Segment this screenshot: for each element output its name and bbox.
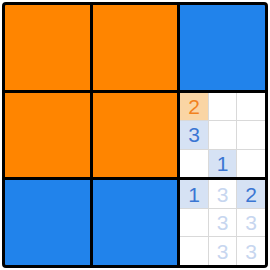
cell-r4-c7[interactable]: [209, 121, 237, 149]
game-board: 2311323333: [2, 2, 268, 268]
cell-value: 3: [217, 212, 229, 233]
cell-r6-c8[interactable]: 2: [237, 180, 265, 208]
cell-value: 3: [217, 184, 229, 205]
cell-r3-c7[interactable]: [209, 93, 237, 121]
cell-r6-c7[interactable]: 3: [209, 180, 237, 208]
block-r0-c1-orange[interactable]: [93, 5, 178, 90]
block-r1-c1-orange[interactable]: [93, 93, 178, 178]
cell-r5-c7[interactable]: 1: [209, 150, 237, 178]
cell-value: 3: [217, 241, 229, 262]
cell-value: 2: [245, 184, 257, 205]
cell-r7-c7[interactable]: 3: [209, 209, 237, 237]
cell-r6-c6[interactable]: 1: [180, 180, 208, 208]
cell-value: 3: [245, 212, 257, 233]
cell-r8-c6[interactable]: [180, 237, 208, 265]
cell-r5-c8[interactable]: [237, 150, 265, 178]
block-r1-c2-grid: 231: [180, 93, 265, 178]
block-r1-c0-orange[interactable]: [5, 93, 90, 178]
cell-r8-c8[interactable]: 3: [237, 237, 265, 265]
puzzle-canvas: 2311323333: [0, 0, 270, 270]
cell-value: 3: [245, 241, 257, 262]
cell-value: 1: [188, 184, 200, 205]
cell-r7-c6[interactable]: [180, 209, 208, 237]
cell-r4-c8[interactable]: [237, 121, 265, 149]
cell-value: 2: [188, 96, 200, 117]
cell-value: 1: [217, 153, 229, 174]
block-r2-c2-grid: 1323333: [180, 180, 265, 265]
block-r2-c1-blue[interactable]: [93, 180, 178, 265]
block-r0-c0-orange[interactable]: [5, 5, 90, 90]
cell-r4-c6[interactable]: 3: [180, 121, 208, 149]
block-r0-c2-blue[interactable]: [180, 5, 265, 90]
cell-r7-c8[interactable]: 3: [237, 209, 265, 237]
block-r2-c0-blue[interactable]: [5, 180, 90, 265]
cell-r8-c7[interactable]: 3: [209, 237, 237, 265]
cell-r3-c8[interactable]: [237, 93, 265, 121]
cell-r3-c6[interactable]: 2: [180, 93, 208, 121]
cell-r5-c6[interactable]: [180, 150, 208, 178]
cell-value: 3: [188, 124, 200, 145]
